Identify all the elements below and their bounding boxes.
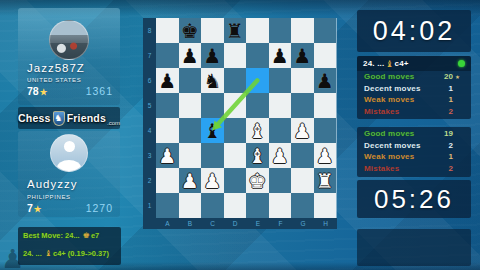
analysis-panel-top: 24. ... ♝ c4+ Good moves 20 ★ Decent mov… xyxy=(357,56,471,119)
black-pawn-g7[interactable]: ♟ xyxy=(293,46,311,66)
black-king-b8[interactable]: ♚ xyxy=(181,21,199,41)
square-d3[interactable] xyxy=(224,143,247,168)
square-a5[interactable] xyxy=(156,93,179,118)
square-h2[interactable]: ♜ xyxy=(314,168,337,193)
best-move-text: Best Move: 24... xyxy=(23,231,80,240)
rank-label-8: 8 xyxy=(143,18,156,43)
square-f1[interactable] xyxy=(269,193,292,218)
file-label-a: A xyxy=(156,218,179,229)
logo-shield-icon: ♞ xyxy=(53,111,65,126)
star-icon: ★ xyxy=(455,74,461,80)
square-g1[interactable] xyxy=(291,193,314,218)
stat-row-good-moves: Good moves 19 xyxy=(357,128,471,140)
label-corner xyxy=(143,218,156,229)
header-move-square: c4+ xyxy=(395,59,409,68)
square-h1[interactable] xyxy=(314,193,337,218)
player-card-bottom: Audyzzy PHILIPPINES 7★ 1270 xyxy=(18,131,120,217)
file-label-f: F xyxy=(269,218,292,229)
white-pawn-a3[interactable]: ♟ xyxy=(158,146,176,166)
rank-label-4: 4 xyxy=(143,118,156,143)
status-dot xyxy=(458,60,465,67)
white-pawn-g4[interactable]: ♟ xyxy=(293,121,311,141)
player-top-avatar[interactable] xyxy=(49,20,89,60)
square-b5[interactable] xyxy=(179,93,202,118)
clock-top: 04:02 xyxy=(357,10,471,52)
logo-com-text: .com xyxy=(107,120,120,126)
played-move-eval-line: 24. ... ♝c4+ (0.19->0.37) xyxy=(23,249,118,258)
square-d8[interactable]: ♜ xyxy=(224,18,247,43)
player-bottom-country: PHILIPPINES xyxy=(27,194,71,200)
knight-icon: ♞ xyxy=(55,114,63,123)
square-c5[interactable] xyxy=(201,93,224,118)
engine-best-move-panel: Best Move: 24... ♚e7 24. ... ♝c4+ (0.19-… xyxy=(18,227,121,265)
square-e8[interactable] xyxy=(246,18,269,43)
square-g8[interactable] xyxy=(291,18,314,43)
player-top-name[interactable]: Jazz587Z xyxy=(27,62,85,74)
rank-label-5: 5 xyxy=(143,93,156,118)
square-b3[interactable] xyxy=(179,143,202,168)
player-bottom-avatar[interactable] xyxy=(50,134,88,172)
player-top-rating: 1361 xyxy=(86,85,113,97)
square-d6[interactable] xyxy=(224,68,247,93)
square-e1[interactable] xyxy=(246,193,269,218)
rank-label-7: 7 xyxy=(143,43,156,68)
white-bishop-e3[interactable]: ♝ xyxy=(248,146,266,166)
black-knight-c6[interactable]: ♞ xyxy=(203,71,221,91)
square-d2[interactable] xyxy=(224,168,247,193)
header-move-prefix: 24. ... xyxy=(363,59,384,68)
best-move-square: e7 xyxy=(91,231,99,240)
white-rook-h2[interactable]: ♜ xyxy=(316,171,334,191)
stat-row-weak-moves: Weak moves 1 xyxy=(357,94,471,106)
square-g5[interactable] xyxy=(291,93,314,118)
black-pawn-h6[interactable]: ♟ xyxy=(316,71,334,91)
rank-labels: 87654321 xyxy=(143,18,156,218)
square-f2[interactable] xyxy=(269,168,292,193)
file-label-b: B xyxy=(179,218,202,229)
square-e2[interactable]: ♚ xyxy=(246,168,269,193)
square-d1[interactable] xyxy=(224,193,247,218)
white-bishop-e4[interactable]: ♝ xyxy=(248,121,266,141)
square-d7[interactable] xyxy=(224,43,247,68)
player-top-stars: 78★ xyxy=(27,85,47,97)
file-label-d: D xyxy=(224,218,247,229)
square-b2[interactable]: ♟ xyxy=(179,168,202,193)
square-h4[interactable] xyxy=(314,118,337,143)
square-f3[interactable]: ♟ xyxy=(269,143,292,168)
stat-row-mistakes: Mistakes 2 xyxy=(357,106,471,118)
logo-chess-text: Chess xyxy=(18,112,51,124)
square-e7[interactable] xyxy=(246,43,269,68)
rank-label-3: 3 xyxy=(143,143,156,168)
square-h8[interactable] xyxy=(314,18,337,43)
star-icon: ★ xyxy=(40,87,48,97)
square-a4[interactable] xyxy=(156,118,179,143)
square-e3[interactable]: ♝ xyxy=(246,143,269,168)
square-g3[interactable] xyxy=(291,143,314,168)
stat-row-decent-moves: Decent moves 1 xyxy=(357,83,471,95)
black-rook-d8[interactable]: ♜ xyxy=(226,21,244,41)
square-f8[interactable] xyxy=(269,18,292,43)
player-bottom-stars: 7★ xyxy=(27,202,41,214)
white-pawn-f3[interactable]: ♟ xyxy=(271,146,289,166)
chess-board: 87654321 ♚♜♟♟♟♟♟♞♟♝♝♟♟♝♟♟♟♟♚♜ ABCDEFGH xyxy=(143,18,337,229)
square-c8[interactable] xyxy=(201,18,224,43)
square-b8[interactable]: ♚ xyxy=(179,18,202,43)
square-c2[interactable]: ♟ xyxy=(201,168,224,193)
file-label-e: E xyxy=(247,218,270,229)
square-a2[interactable] xyxy=(156,168,179,193)
bishop-piece-icon: ♝ xyxy=(45,249,52,258)
file-labels: ABCDEFGH xyxy=(143,218,337,229)
played-move-text: 24. ... xyxy=(23,249,42,258)
square-h3[interactable]: ♟ xyxy=(314,143,337,168)
square-a3[interactable]: ♟ xyxy=(156,143,179,168)
file-label-c: C xyxy=(201,218,224,229)
square-c7[interactable]: ♟ xyxy=(201,43,224,68)
player-bottom-name[interactable]: Audyzzy xyxy=(27,178,77,190)
site-logo[interactable]: Chess ♞ Friends .com xyxy=(18,107,120,129)
square-a8[interactable] xyxy=(156,18,179,43)
stat-row-good-moves: Good moves 20 ★ xyxy=(357,71,471,83)
square-f5[interactable] xyxy=(269,93,292,118)
played-move-eval: c4+ (0.19->0.37) xyxy=(53,249,109,258)
player-top-country: UNITED STATES xyxy=(27,77,81,83)
square-f7[interactable]: ♟ xyxy=(269,43,292,68)
clock-bottom: 05:26 xyxy=(357,180,471,218)
avatar-head-shape xyxy=(64,141,75,152)
bishop-piece-icon: ♝ xyxy=(385,59,393,69)
square-h7[interactable] xyxy=(314,43,337,68)
black-pawn-c7[interactable]: ♟ xyxy=(203,46,221,66)
square-a7[interactable] xyxy=(156,43,179,68)
square-f4[interactable] xyxy=(269,118,292,143)
square-a1[interactable] xyxy=(156,193,179,218)
square-d4[interactable] xyxy=(224,118,247,143)
square-c4[interactable]: ♝ xyxy=(201,118,224,143)
square-c3[interactable] xyxy=(201,143,224,168)
square-g4[interactable]: ♟ xyxy=(291,118,314,143)
square-b6[interactable] xyxy=(179,68,202,93)
square-h6[interactable]: ♟ xyxy=(314,68,337,93)
king-piece-icon: ♚ xyxy=(83,231,90,240)
black-pawn-f7[interactable]: ♟ xyxy=(271,46,289,66)
best-move-line: Best Move: 24... ♚e7 xyxy=(23,231,118,240)
star-icon: ★ xyxy=(34,204,42,214)
square-e4[interactable]: ♝ xyxy=(246,118,269,143)
board-grid: ♚♜♟♟♟♟♟♞♟♝♝♟♟♝♟♟♟♟♚♜ xyxy=(156,18,337,218)
white-king-e2[interactable]: ♚ xyxy=(248,171,266,191)
rank-label-1: 1 xyxy=(143,193,156,218)
square-b7[interactable]: ♟ xyxy=(179,43,202,68)
rank-label-2: 2 xyxy=(143,168,156,193)
black-bishop-c4[interactable]: ♝ xyxy=(203,121,221,141)
black-pawn-a6[interactable]: ♟ xyxy=(158,71,176,91)
square-e6[interactable] xyxy=(246,68,269,93)
empty-panel xyxy=(357,229,471,266)
square-g7[interactable]: ♟ xyxy=(291,43,314,68)
player-card-top: Jazz587Z UNITED STATES 78★ 1361 xyxy=(18,8,120,105)
analysis-panel-bottom: Good moves 19 Decent moves 2 Weak moves … xyxy=(357,127,471,177)
logo-friends-text: Friends xyxy=(67,112,106,124)
square-e5[interactable] xyxy=(246,93,269,118)
avatar-body-shape xyxy=(57,160,81,172)
square-a6[interactable]: ♟ xyxy=(156,68,179,93)
rank-label-6: 6 xyxy=(143,68,156,93)
square-b1[interactable] xyxy=(179,193,202,218)
player-bottom-rating: 1270 xyxy=(86,202,113,214)
square-c1[interactable] xyxy=(201,193,224,218)
square-g2[interactable] xyxy=(291,168,314,193)
file-label-h: H xyxy=(314,218,337,229)
stat-row-mistakes: Mistakes 2 xyxy=(357,163,471,175)
square-d5[interactable] xyxy=(224,93,247,118)
stat-row-decent-moves: Decent moves 2 xyxy=(357,140,471,152)
square-h5[interactable] xyxy=(314,93,337,118)
white-pawn-c2[interactable]: ♟ xyxy=(203,171,221,191)
white-pawn-b2[interactable]: ♟ xyxy=(181,171,199,191)
app-window: ♟ Jazz587Z UNITED STATES 78★ 1361 Chess … xyxy=(0,0,480,270)
file-label-g: G xyxy=(292,218,315,229)
square-g6[interactable] xyxy=(291,68,314,93)
square-c6[interactable]: ♞ xyxy=(201,68,224,93)
square-f6[interactable] xyxy=(269,68,292,93)
stat-row-weak-moves: Weak moves 1 xyxy=(357,151,471,163)
white-pawn-h3[interactable]: ♟ xyxy=(316,146,334,166)
black-pawn-b7[interactable]: ♟ xyxy=(181,46,199,66)
analysis-header: 24. ... ♝ c4+ xyxy=(357,56,471,71)
square-b4[interactable] xyxy=(179,118,202,143)
